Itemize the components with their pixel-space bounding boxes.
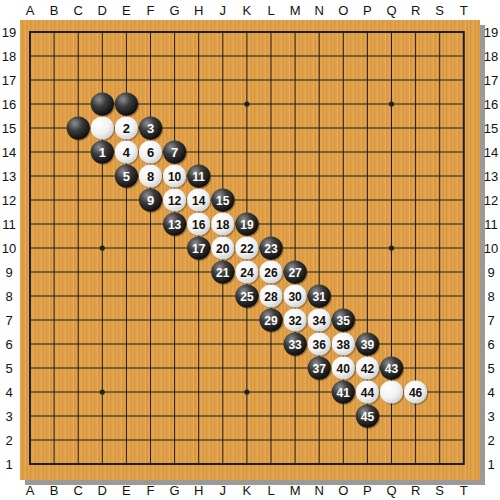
stone-white-p4: 44	[356, 380, 380, 405]
star-point	[100, 245, 105, 250]
row-label-left: 9	[5, 265, 12, 280]
column-label-top: P	[363, 3, 372, 18]
row-label-right: 11	[484, 217, 498, 232]
row-label-left: 3	[5, 409, 12, 424]
stone-black-l10: 23	[259, 236, 283, 261]
column-label-bottom: J	[220, 483, 227, 498]
column-label-bottom: L	[267, 483, 274, 498]
star-point	[389, 245, 394, 250]
row-label-left: 11	[2, 217, 16, 232]
row-label-left: 4	[5, 385, 12, 400]
row-label-right: 6	[487, 337, 494, 352]
stone-black-e13: 5	[115, 164, 139, 189]
stone-white-d15	[91, 116, 115, 141]
move-number: 5	[123, 169, 130, 184]
column-label-bottom: O	[338, 483, 348, 498]
move-number: 13	[168, 218, 182, 232]
column-label-bottom: M	[290, 483, 301, 498]
column-label-top: G	[170, 3, 180, 18]
row-label-right: 5	[487, 361, 494, 376]
stone-white-p5: 42	[356, 356, 380, 381]
black-stone	[91, 92, 114, 115]
move-number: 27	[288, 266, 302, 280]
column-label-top: D	[98, 3, 107, 18]
row-label-right: 3	[487, 409, 494, 424]
star-point	[100, 389, 105, 394]
column-label-top: C	[74, 3, 83, 18]
stone-black-k8: 25	[235, 284, 259, 309]
column-label-bottom: A	[26, 483, 35, 498]
move-number: 15	[216, 194, 230, 208]
row-label-left: 19	[2, 25, 16, 40]
column-label-top: O	[338, 3, 348, 18]
row-label-right: 13	[484, 169, 498, 184]
row-label-left: 13	[2, 169, 16, 184]
row-label-left: 6	[5, 337, 12, 352]
row-label-right: 15	[484, 121, 498, 136]
row-label-right: 18	[484, 49, 498, 64]
star-point	[389, 101, 394, 106]
move-number: 44	[361, 386, 375, 400]
stone-black-q5: 43	[380, 356, 404, 381]
move-number: 33	[288, 338, 302, 352]
stone-white-l9: 26	[259, 260, 283, 285]
stone-black-o4: 41	[332, 380, 356, 405]
move-number: 26	[264, 266, 278, 280]
column-label-top: J	[220, 3, 227, 18]
stones: 1234567891011121314151617181920212223242…	[67, 92, 429, 429]
stone-black-p6: 39	[356, 332, 380, 357]
column-label-bottom: F	[147, 483, 155, 498]
stone-black-k11: 19	[235, 212, 259, 237]
column-label-bottom: P	[363, 483, 372, 498]
column-label-bottom: E	[122, 483, 131, 498]
white-stone	[380, 380, 403, 403]
stone-white-q4	[380, 380, 404, 405]
stone-black-h10: 17	[187, 236, 211, 261]
move-number: 29	[264, 314, 278, 328]
move-number: 11	[192, 170, 205, 184]
stone-white-l8: 28	[259, 284, 283, 309]
move-number: 42	[361, 362, 375, 376]
move-number: 6	[147, 145, 154, 160]
move-number: 28	[264, 290, 278, 304]
column-label-top: R	[411, 3, 420, 18]
column-label-bottom: N	[315, 483, 324, 498]
move-number: 35	[337, 314, 351, 328]
row-label-left: 8	[5, 289, 12, 304]
stone-black-l7: 29	[259, 308, 283, 333]
column-label-bottom: C	[74, 483, 83, 498]
column-label-top: T	[460, 3, 468, 18]
row-label-left: 2	[5, 433, 12, 448]
row-label-right: 14	[484, 145, 498, 160]
stone-white-f13: 8	[139, 164, 163, 189]
stone-black-f12: 9	[139, 188, 163, 213]
row-label-right: 4	[487, 385, 494, 400]
stone-white-g12: 12	[163, 188, 187, 213]
row-label-left: 1	[5, 457, 12, 472]
move-number: 21	[216, 266, 230, 280]
stone-white-k10: 22	[235, 236, 259, 261]
stone-white-j10: 20	[211, 236, 235, 261]
stone-black-m9: 27	[284, 260, 308, 285]
stone-white-n7: 34	[308, 308, 332, 333]
black-stone	[67, 116, 90, 139]
stone-white-h11: 16	[187, 212, 211, 237]
stone-black-n8: 31	[308, 284, 332, 309]
column-label-bottom: H	[194, 483, 203, 498]
row-label-left: 7	[5, 313, 12, 328]
row-label-right: 10	[484, 241, 498, 256]
white-stone	[91, 116, 114, 139]
move-number: 22	[240, 242, 254, 256]
move-number: 37	[313, 362, 327, 376]
column-label-top: M	[290, 3, 301, 18]
column-label-top: S	[435, 3, 444, 18]
column-label-top: E	[122, 3, 131, 18]
column-label-top: K	[243, 3, 252, 18]
move-number: 31	[313, 290, 327, 304]
column-label-top: Q	[386, 3, 396, 18]
row-label-right: 2	[487, 433, 494, 448]
stone-white-o6: 38	[332, 332, 356, 357]
go-diagram: AABBCCDDEEFFGGHHJJKKLLMMNNOOPPQQRRSSTT19…	[0, 0, 500, 500]
row-label-right: 9	[487, 265, 494, 280]
column-label-bottom: R	[411, 483, 420, 498]
stone-white-n6: 36	[308, 332, 332, 357]
column-label-bottom: Q	[386, 483, 396, 498]
column-label-bottom: D	[98, 483, 107, 498]
move-number: 17	[192, 242, 206, 256]
move-number: 14	[192, 194, 206, 208]
stone-black-n5: 37	[308, 356, 332, 381]
row-label-left: 15	[2, 121, 16, 136]
star-point	[244, 101, 249, 106]
row-label-right: 16	[484, 97, 498, 112]
move-number: 39	[361, 338, 375, 352]
row-label-left: 10	[2, 241, 16, 256]
stone-white-m7: 32	[284, 308, 308, 333]
stone-white-e14: 4	[115, 140, 139, 165]
column-label-top: F	[147, 3, 155, 18]
column-label-bottom: S	[435, 483, 444, 498]
move-number: 4	[123, 145, 131, 160]
move-number: 32	[288, 314, 302, 328]
move-number: 41	[337, 386, 351, 400]
stone-black-m6: 33	[284, 332, 308, 357]
move-number: 12	[168, 194, 182, 208]
column-label-bottom: K	[243, 483, 252, 498]
row-label-right: 8	[487, 289, 494, 304]
stone-black-f15: 3	[139, 116, 163, 141]
move-number: 24	[240, 266, 254, 280]
black-stone	[115, 92, 138, 115]
column-label-top: N	[315, 3, 324, 18]
move-number: 8	[147, 169, 154, 184]
row-label-left: 12	[2, 193, 16, 208]
stone-black-e16	[115, 92, 139, 117]
move-number: 9	[147, 193, 154, 208]
row-label-left: 18	[2, 49, 16, 64]
row-label-right: 19	[484, 25, 498, 40]
column-label-bottom: B	[50, 483, 59, 498]
stone-white-m8: 30	[284, 284, 308, 309]
stone-white-r4: 46	[404, 380, 428, 405]
move-number: 46	[409, 386, 423, 400]
stone-white-k9: 24	[235, 260, 259, 285]
move-number: 40	[337, 362, 351, 376]
stone-black-j9: 21	[211, 260, 235, 285]
board-overlay: AABBCCDDEEFFGGHHJJKKLLMMNNOOPPQQRRSSTT19…	[0, 0, 500, 500]
move-number: 18	[216, 218, 230, 232]
row-label-left: 16	[2, 97, 16, 112]
row-label-right: 17	[484, 73, 498, 88]
stone-black-c15	[67, 116, 91, 141]
move-number: 45	[361, 410, 375, 424]
stone-black-h13: 11	[187, 164, 211, 189]
column-label-top: A	[26, 3, 35, 18]
stone-black-j12: 15	[211, 188, 235, 213]
stone-white-j11: 18	[211, 212, 235, 237]
row-label-left: 17	[2, 73, 16, 88]
column-label-bottom: T	[460, 483, 468, 498]
column-label-top: B	[50, 3, 59, 18]
move-number: 20	[216, 242, 230, 256]
stone-white-g13: 10	[163, 164, 187, 189]
move-number: 10	[168, 170, 182, 184]
stone-black-o7: 35	[332, 308, 356, 333]
stone-black-p3: 45	[356, 404, 380, 429]
move-number: 34	[313, 314, 327, 328]
move-number: 43	[385, 362, 399, 376]
row-label-right: 7	[487, 313, 494, 328]
column-label-top: L	[267, 3, 274, 18]
stone-white-e15: 2	[115, 116, 139, 141]
move-number: 30	[288, 290, 302, 304]
move-number: 36	[313, 338, 327, 352]
move-number: 2	[123, 121, 130, 136]
move-number: 3	[147, 121, 154, 136]
row-label-right: 1	[487, 457, 494, 472]
move-number: 16	[192, 218, 206, 232]
column-label-top: H	[194, 3, 203, 18]
stone-black-d16	[91, 92, 115, 117]
stone-black-d14: 1	[91, 140, 115, 165]
move-number: 38	[337, 338, 351, 352]
stone-black-g14: 7	[163, 140, 187, 165]
stone-black-g11: 13	[163, 212, 187, 237]
move-number: 7	[171, 145, 178, 160]
row-label-left: 14	[2, 145, 16, 160]
star-point	[244, 389, 249, 394]
row-label-left: 5	[5, 361, 12, 376]
row-label-right: 12	[484, 193, 498, 208]
move-number: 19	[240, 218, 254, 232]
stone-white-o5: 40	[332, 356, 356, 381]
stone-white-h12: 14	[187, 188, 211, 213]
column-label-bottom: G	[170, 483, 180, 498]
move-number: 23	[264, 242, 278, 256]
move-number: 1	[99, 145, 106, 160]
move-number: 25	[240, 290, 254, 304]
stone-white-f14: 6	[139, 140, 163, 165]
